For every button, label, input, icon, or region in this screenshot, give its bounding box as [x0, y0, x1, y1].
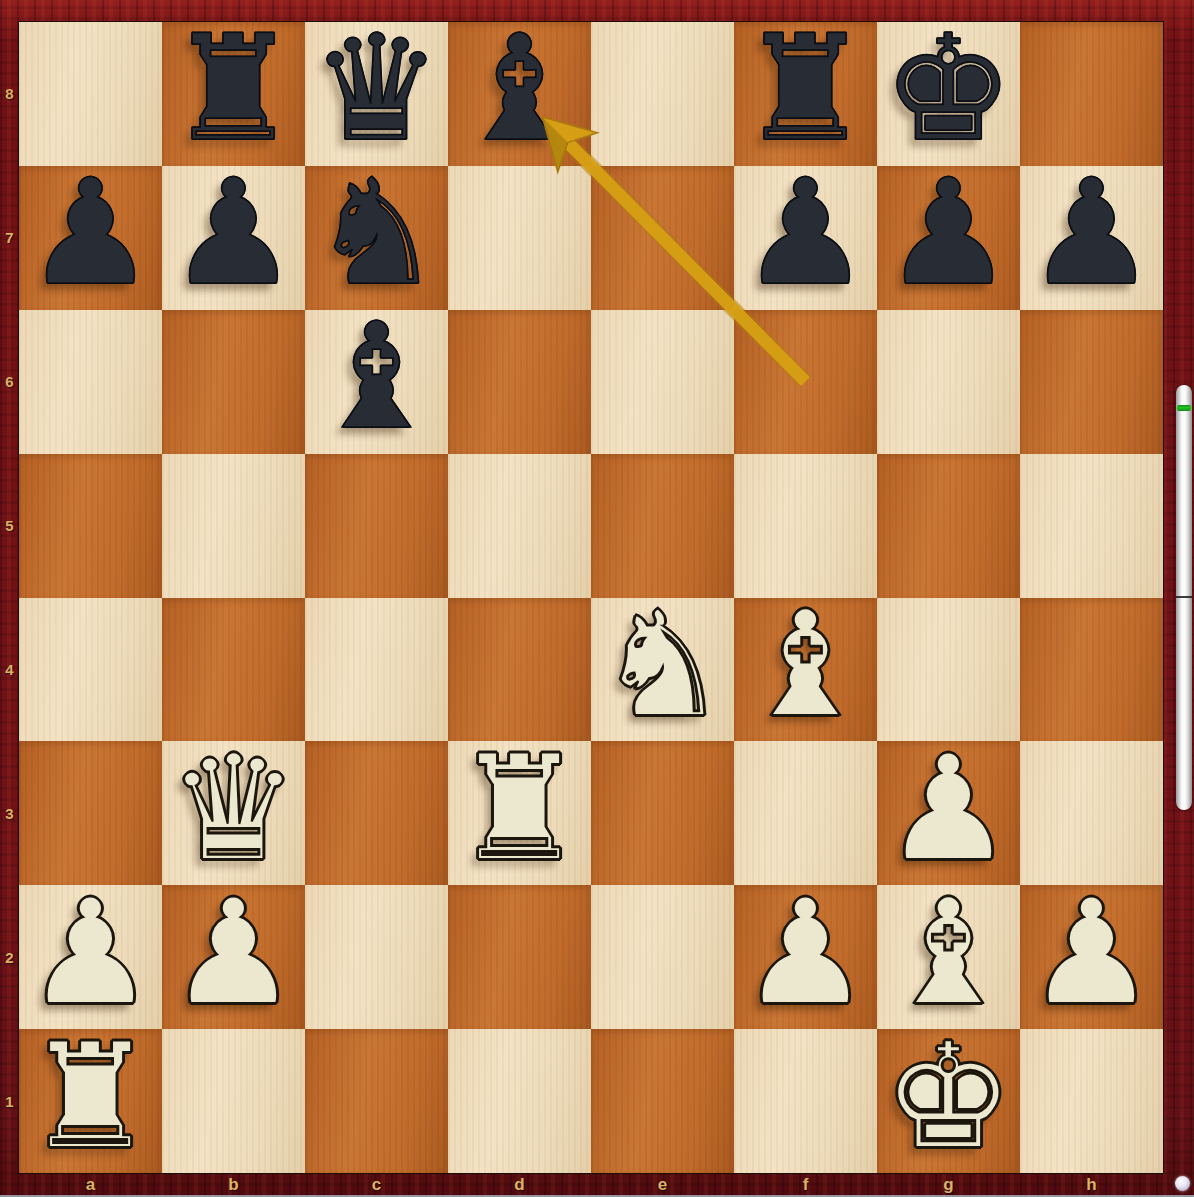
- rank-label-2: 2: [0, 885, 19, 1029]
- square-f8[interactable]: ♜: [734, 22, 877, 166]
- square-a3[interactable]: [19, 741, 162, 885]
- square-f3[interactable]: [734, 741, 877, 885]
- square-g6[interactable]: [877, 310, 1020, 454]
- square-h1[interactable]: [1020, 1029, 1163, 1173]
- piece-black-pawn: ♟: [25, 161, 156, 304]
- square-d2[interactable]: [448, 885, 591, 1029]
- square-a1[interactable]: ♜: [19, 1029, 162, 1173]
- square-b5[interactable]: [162, 454, 305, 598]
- square-e7[interactable]: [591, 166, 734, 310]
- square-d1[interactable]: [448, 1029, 591, 1173]
- file-label-c: c: [305, 1173, 448, 1197]
- square-g7[interactable]: ♟: [877, 166, 1020, 310]
- piece-black-bishop: ♝: [311, 305, 442, 448]
- square-g8[interactable]: ♚: [877, 22, 1020, 166]
- rank-label-5: 5: [0, 454, 19, 598]
- square-b4[interactable]: [162, 598, 305, 742]
- file-label-a: a: [19, 1173, 162, 1197]
- square-g1[interactable]: ♚: [877, 1029, 1020, 1173]
- chess-app-window: ♜♛♝♜♚♟♟♞♟♟♟♝♞♝♛♜♟♟♟♟♝♟♜♚ 87654321 abcdef…: [0, 0, 1194, 1197]
- square-h3[interactable]: [1020, 741, 1163, 885]
- square-a8[interactable]: [19, 22, 162, 166]
- square-h7[interactable]: ♟: [1020, 166, 1163, 310]
- square-e4[interactable]: ♞: [591, 598, 734, 742]
- rank-label-1: 1: [0, 1029, 19, 1173]
- rank-label-4: 4: [0, 598, 19, 742]
- chess-board[interactable]: ♜♛♝♜♚♟♟♞♟♟♟♝♞♝♛♜♟♟♟♟♝♟♜♚: [19, 22, 1163, 1173]
- square-b2[interactable]: ♟: [162, 885, 305, 1029]
- piece-black-rook: ♜: [740, 17, 871, 160]
- piece-black-rook: ♜: [168, 17, 299, 160]
- rank-coordinates: 87654321: [0, 22, 19, 1173]
- square-c4[interactable]: [305, 598, 448, 742]
- square-c7[interactable]: ♞: [305, 166, 448, 310]
- piece-white-pawn: ♟: [883, 737, 1014, 880]
- file-label-f: f: [734, 1173, 877, 1197]
- piece-black-pawn: ♟: [883, 161, 1014, 304]
- file-label-b: b: [162, 1173, 305, 1197]
- square-a5[interactable]: [19, 454, 162, 598]
- piece-white-rook: ♜: [25, 1025, 156, 1168]
- piece-white-pawn: ♟: [1026, 881, 1157, 1024]
- square-g3[interactable]: ♟: [877, 741, 1020, 885]
- eval-marker-green: [1177, 405, 1191, 411]
- square-d4[interactable]: [448, 598, 591, 742]
- square-f2[interactable]: ♟: [734, 885, 877, 1029]
- square-f1[interactable]: [734, 1029, 877, 1173]
- square-d5[interactable]: [448, 454, 591, 598]
- square-g4[interactable]: [877, 598, 1020, 742]
- square-b8[interactable]: ♜: [162, 22, 305, 166]
- piece-black-knight: ♞: [311, 161, 442, 304]
- square-b7[interactable]: ♟: [162, 166, 305, 310]
- piece-white-king: ♚: [883, 1025, 1014, 1168]
- piece-black-pawn: ♟: [168, 161, 299, 304]
- square-g2[interactable]: ♝: [877, 885, 1020, 1029]
- square-b1[interactable]: [162, 1029, 305, 1173]
- square-e1[interactable]: [591, 1029, 734, 1173]
- square-e6[interactable]: [591, 310, 734, 454]
- square-h4[interactable]: [1020, 598, 1163, 742]
- piece-white-rook: ♜: [454, 737, 585, 880]
- piece-white-knight: ♞: [597, 593, 728, 736]
- rank-label-7: 7: [0, 166, 19, 310]
- square-d3[interactable]: ♜: [448, 741, 591, 885]
- square-f7[interactable]: ♟: [734, 166, 877, 310]
- square-h8[interactable]: [1020, 22, 1163, 166]
- square-c6[interactable]: ♝: [305, 310, 448, 454]
- square-d6[interactable]: [448, 310, 591, 454]
- piece-black-queen: ♛: [311, 17, 442, 160]
- file-coordinates: abcdefgh: [19, 1173, 1163, 1197]
- piece-black-pawn: ♟: [740, 161, 871, 304]
- square-c3[interactable]: [305, 741, 448, 885]
- file-label-e: e: [591, 1173, 734, 1197]
- square-a6[interactable]: [19, 310, 162, 454]
- square-f6[interactable]: [734, 310, 877, 454]
- square-e2[interactable]: [591, 885, 734, 1029]
- piece-black-pawn: ♟: [1026, 161, 1157, 304]
- square-h2[interactable]: ♟: [1020, 885, 1163, 1029]
- file-label-g: g: [877, 1173, 1020, 1197]
- square-b3[interactable]: ♛: [162, 741, 305, 885]
- square-e5[interactable]: [591, 454, 734, 598]
- square-c8[interactable]: ♛: [305, 22, 448, 166]
- square-d7[interactable]: [448, 166, 591, 310]
- square-g5[interactable]: [877, 454, 1020, 598]
- piece-white-queen: ♛: [168, 737, 299, 880]
- piece-black-king: ♚: [883, 17, 1014, 160]
- square-d8[interactable]: ♝: [448, 22, 591, 166]
- status-dot: [1175, 1176, 1190, 1191]
- file-label-d: d: [448, 1173, 591, 1197]
- piece-white-pawn: ♟: [25, 881, 156, 1024]
- piece-black-bishop: ♝: [454, 17, 585, 160]
- square-a7[interactable]: ♟: [19, 166, 162, 310]
- rank-label-8: 8: [0, 22, 19, 166]
- piece-white-bishop: ♝: [883, 881, 1014, 1024]
- square-a4[interactable]: [19, 598, 162, 742]
- square-h6[interactable]: [1020, 310, 1163, 454]
- square-h5[interactable]: [1020, 454, 1163, 598]
- rank-label-6: 6: [0, 310, 19, 454]
- square-c5[interactable]: [305, 454, 448, 598]
- square-c1[interactable]: [305, 1029, 448, 1173]
- square-e3[interactable]: [591, 741, 734, 885]
- piece-white-pawn: ♟: [740, 881, 871, 1024]
- piece-white-pawn: ♟: [168, 881, 299, 1024]
- square-e8[interactable]: [591, 22, 734, 166]
- file-label-h: h: [1020, 1173, 1163, 1197]
- rank-label-3: 3: [0, 741, 19, 885]
- piece-white-bishop: ♝: [740, 593, 871, 736]
- square-f4[interactable]: ♝: [734, 598, 877, 742]
- eval-slider[interactable]: [1176, 385, 1192, 810]
- square-a2[interactable]: ♟: [19, 885, 162, 1029]
- square-f5[interactable]: [734, 454, 877, 598]
- square-b6[interactable]: [162, 310, 305, 454]
- square-c2[interactable]: [305, 885, 448, 1029]
- eval-midline: [1176, 596, 1192, 598]
